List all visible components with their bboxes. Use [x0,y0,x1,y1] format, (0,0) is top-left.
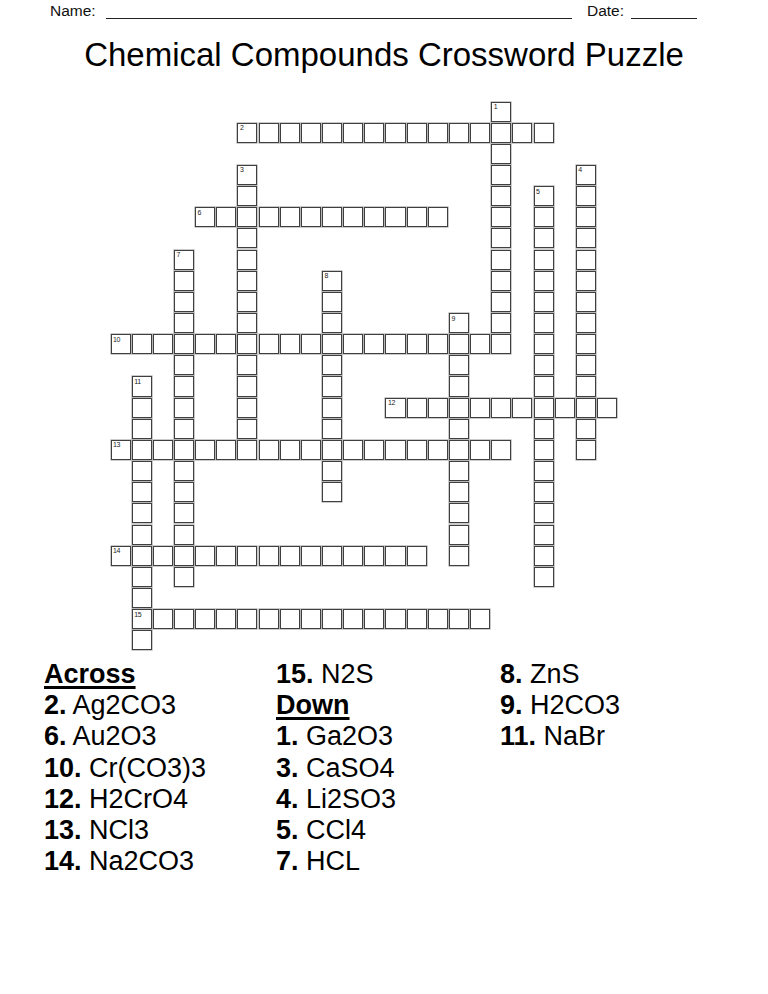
grid-cell[interactable] [385,207,405,227]
grid-cell[interactable] [237,398,257,418]
page: { "game": "crossword", "title": "Chemica… [0,0,768,994]
grid-cell[interactable] [174,461,194,481]
grid-cell[interactable] [301,334,321,354]
grid-cell[interactable] [322,292,342,312]
grid-cell[interactable] [237,376,257,396]
grid-cell[interactable] [407,398,427,418]
grid-cell[interactable] [153,334,173,354]
clue-item-number: 14. [44,846,82,876]
grid-cell[interactable] [534,419,554,439]
grid-cell[interactable]: 12 [385,398,405,418]
grid-cell[interactable]: 15 [132,609,152,629]
date-fill-in-line[interactable] [631,18,697,19]
grid-cell[interactable] [576,355,596,375]
grid-cell[interactable] [280,334,300,354]
clue-item-number: 1. [276,721,299,751]
grid-cell[interactable] [216,207,236,227]
grid-cell[interactable] [280,123,300,143]
clue-item: 4. Li2SO3 [276,784,396,815]
grid-cell[interactable] [534,398,554,418]
grid-cell[interactable] [301,207,321,227]
grid-cell[interactable] [470,440,490,460]
grid-cell[interactable] [555,398,575,418]
grid-cell[interactable] [343,207,363,227]
grid-cell[interactable] [385,334,405,354]
clue-item-text: N2S [314,659,374,689]
grid-cell[interactable] [132,440,152,460]
grid-cell[interactable]: 5 [534,186,554,206]
grid-cell[interactable] [280,546,300,566]
grid-cell[interactable] [470,334,490,354]
clue-number: 2 [240,124,244,131]
grid-cell[interactable]: 1 [491,102,511,122]
grid-cell[interactable] [322,482,342,502]
grid-cell[interactable]: 6 [195,207,215,227]
grid-cell[interactable] [343,123,363,143]
grid-cell[interactable] [407,207,427,227]
grid-cell[interactable] [576,228,596,248]
clue-item: 8. ZnS [500,659,620,690]
name-label: Name: [50,2,96,20]
clue-item-text: Li2SO3 [299,784,397,814]
clue-item-text: Cr(CO3)3 [82,753,207,783]
grid-cell[interactable] [237,355,257,375]
clue-number: 11 [134,378,141,385]
grid-cell[interactable] [322,355,342,375]
grid-cell[interactable] [280,207,300,227]
grid-cell[interactable] [343,440,363,460]
date-label: Date: [587,2,624,20]
grid-cell[interactable] [534,546,554,566]
grid-cell[interactable] [259,609,279,629]
grid-cell[interactable] [576,292,596,312]
grid-cell[interactable] [322,609,342,629]
grid-cell[interactable] [343,334,363,354]
grid-cell[interactable] [385,546,405,566]
grid-cell[interactable] [449,334,469,354]
grid-cell[interactable] [428,123,448,143]
grid-cell[interactable] [237,440,257,460]
grid-cell[interactable] [576,207,596,227]
clue-item-text: Na2CO3 [82,846,195,876]
grid-cell[interactable] [322,398,342,418]
grid-cell[interactable] [534,355,554,375]
clue-item-text: Au2O3 [67,721,157,751]
grid-cell[interactable] [385,609,405,629]
grid-cell[interactable] [534,123,554,143]
clues-column: 8. ZnS9. H2CO311. NaBr [500,659,620,753]
grid-cell[interactable] [534,207,554,227]
grid-cell[interactable] [174,398,194,418]
clue-item: 1. Ga2O3 [276,721,396,752]
grid-cell[interactable] [491,271,511,291]
clue-item: 3. CaSO4 [276,753,396,784]
grid-cell[interactable] [237,609,257,629]
grid-cell[interactable] [491,250,511,270]
grid-cell[interactable] [301,440,321,460]
grid-cell[interactable] [322,313,342,333]
grid-cell[interactable] [364,123,384,143]
grid-cell[interactable] [470,609,490,629]
grid-cell[interactable] [301,609,321,629]
grid-cell[interactable] [237,546,257,566]
grid-cell[interactable] [449,546,469,566]
clue-item-text: NaBr [536,721,605,751]
grid-cell[interactable] [428,609,448,629]
grid-cell[interactable]: 9 [449,313,469,333]
grid-cell[interactable] [195,546,215,566]
grid-cell[interactable] [237,334,257,354]
clue-item: 12. H2CrO4 [44,784,206,815]
grid-cell[interactable] [174,419,194,439]
grid-cell[interactable] [428,440,448,460]
grid-cell[interactable] [280,609,300,629]
clue-number: 14 [113,547,120,554]
grid-cell[interactable] [534,313,554,333]
grid-cell[interactable] [174,334,194,354]
grid-cell[interactable] [174,292,194,312]
grid-cell[interactable] [407,546,427,566]
grid-cell[interactable] [216,546,236,566]
grid-cell[interactable] [491,123,511,143]
grid-cell[interactable]: 10 [111,334,131,354]
grid-cell[interactable] [132,398,152,418]
clue-number: 1 [494,103,498,110]
grid-cell[interactable] [407,334,427,354]
grid-cell[interactable] [491,207,511,227]
grid-cell[interactable] [216,609,236,629]
grid-cell[interactable] [534,376,554,396]
clues-column: 15. N2SDown1. Ga2O33. CaSO44. Li2SO35. C… [276,659,396,877]
grid-cell[interactable] [364,609,384,629]
clue-item: 6. Au2O3 [44,721,206,752]
clue-number: 4 [578,166,582,173]
grid-cell[interactable] [597,398,617,418]
grid-cell[interactable] [174,525,194,545]
grid-cell[interactable] [343,546,363,566]
clue-item-text: HCL [299,846,361,876]
clue-item: 15. N2S [276,659,396,690]
clue-item: 11. NaBr [500,721,620,752]
grid-cell[interactable] [174,313,194,333]
clue-item-number: 15. [276,659,314,689]
grid-cell[interactable] [174,609,194,629]
grid-cell[interactable] [322,440,342,460]
grid-cell[interactable] [195,334,215,354]
grid-cell[interactable] [534,292,554,312]
grid-cell[interactable] [449,355,469,375]
grid-cell[interactable] [512,398,532,418]
clue-item-text: H2CrO4 [82,784,189,814]
grid-cell[interactable] [132,503,152,523]
grid-cell[interactable] [491,186,511,206]
grid-cell[interactable] [132,334,152,354]
grid-cell[interactable] [534,440,554,460]
grid-cell[interactable] [534,228,554,248]
grid-cell[interactable]: 8 [322,271,342,291]
page-title: Chemical Compounds Crossword Puzzle [0,36,768,74]
clue-item-text: Ag2CO3 [67,690,177,720]
grid-cell[interactable] [322,334,342,354]
grid-cell[interactable] [449,609,469,629]
grid-cell[interactable] [364,440,384,460]
grid-cell[interactable] [153,609,173,629]
grid-cell[interactable] [491,228,511,248]
grid-cell[interactable] [470,398,490,418]
clue-item-number: 9. [500,690,523,720]
clue-item-text: ZnS [523,659,580,689]
grid-cell[interactable] [174,546,194,566]
clue-item: 10. Cr(CO3)3 [44,753,206,784]
clue-item: 7. HCL [276,846,396,877]
grid-cell[interactable] [132,419,152,439]
grid-cell[interactable] [174,567,194,587]
clue-item-number: 5. [276,815,299,845]
grid-cell[interactable] [576,271,596,291]
clue-heading-text: Across [44,659,136,689]
grid-cell[interactable] [385,123,405,143]
grid-cell[interactable] [491,440,511,460]
grid-cell[interactable] [407,440,427,460]
grid-cell[interactable] [174,376,194,396]
grid-cell[interactable] [132,588,152,608]
clue-item-number: 8. [500,659,523,689]
clue-item-text: CaSO4 [299,753,395,783]
grid-cell[interactable] [259,207,279,227]
grid-cell[interactable] [237,292,257,312]
clue-item-number: 6. [44,721,67,751]
grid-cell[interactable]: 2 [237,123,257,143]
grid-cell[interactable] [174,503,194,523]
clue-item-text: NCl3 [82,815,150,845]
grid-cell[interactable] [237,271,257,291]
grid-cell[interactable]: 11 [132,376,152,396]
grid-cell[interactable] [174,440,194,460]
clue-item-number: 10. [44,753,82,783]
clue-number: 5 [536,188,540,195]
grid-cell[interactable] [449,503,469,523]
grid-cell[interactable] [576,186,596,206]
grid-cell[interactable] [322,123,342,143]
grid-cell[interactable] [237,186,257,206]
grid-cell[interactable]: 4 [576,165,596,185]
clue-item: 9. H2CO3 [500,690,620,721]
clue-item-number: 11. [500,721,536,751]
grid-cell[interactable] [132,630,152,650]
grid-cell[interactable] [174,482,194,502]
grid-cell[interactable] [534,271,554,291]
grid-cell[interactable] [534,250,554,270]
grid-cell[interactable] [237,250,257,270]
clue-heading: Down [276,690,396,721]
grid-cell[interactable] [512,123,532,143]
clues-column: Across2. Ag2CO36. Au2O310. Cr(CO3)312. H… [44,659,206,877]
grid-cell[interactable] [534,461,554,481]
grid-cell[interactable] [534,334,554,354]
grid-cell[interactable] [385,440,405,460]
clue-item-text: H2CO3 [523,690,621,720]
name-fill-in-line[interactable] [106,18,572,19]
grid-cell[interactable]: 7 [174,250,194,270]
grid-cell[interactable] [491,313,511,333]
grid-cell[interactable] [449,398,469,418]
clue-item: 5. CCl4 [276,815,396,846]
grid-cell[interactable] [237,207,257,227]
grid-cell[interactable] [449,440,469,460]
grid-cell[interactable] [491,292,511,312]
grid-cell[interactable] [132,461,152,481]
clue-item: 14. Na2CO3 [44,846,206,877]
grid-cell[interactable] [132,525,152,545]
grid-cell[interactable] [407,609,427,629]
clue-number: 7 [176,251,180,258]
clue-item-number: 7. [276,846,299,876]
grid-cell[interactable] [216,440,236,460]
grid-cell[interactable] [491,144,511,164]
grid-cell[interactable] [449,461,469,481]
grid-cell[interactable] [428,334,448,354]
clue-number: 8 [325,272,329,279]
clue-heading: Across [44,659,206,690]
grid-cell[interactable] [576,419,596,439]
grid-cell[interactable] [153,440,173,460]
grid-cell[interactable] [364,334,384,354]
grid-cell[interactable] [132,567,152,587]
clue-number: 12 [388,399,395,406]
grid-cell[interactable] [576,440,596,460]
clue-item-number: 13. [44,815,82,845]
grid-cell[interactable] [449,525,469,545]
grid-cell[interactable] [174,271,194,291]
grid-cell[interactable] [322,419,342,439]
grid-cell[interactable] [195,440,215,460]
grid-cell[interactable] [576,334,596,354]
grid-cell[interactable]: 14 [111,546,131,566]
grid-cell[interactable] [322,546,342,566]
clue-item-number: 4. [276,784,299,814]
grid-cell[interactable] [259,334,279,354]
grid-cell[interactable] [322,376,342,396]
grid-cell[interactable] [491,165,511,185]
grid-cell[interactable] [449,376,469,396]
grid-cell[interactable] [428,398,448,418]
grid-cell[interactable] [237,419,257,439]
grid-cell[interactable] [259,440,279,460]
clue-number: 10 [113,336,120,343]
grid-cell[interactable] [449,123,469,143]
grid-cell[interactable] [259,123,279,143]
clue-heading-text: Down [276,690,350,720]
grid-cell[interactable] [364,546,384,566]
grid-cell[interactable] [407,123,427,143]
grid-cell[interactable] [322,461,342,481]
grid-cell[interactable] [428,207,448,227]
grid-cell[interactable] [470,123,490,143]
grid-cell[interactable] [491,334,511,354]
grid-cell[interactable] [195,609,215,629]
grid-cell[interactable] [322,207,342,227]
clue-number: 13 [113,441,120,448]
grid-cell[interactable] [576,376,596,396]
clue-number: 6 [198,209,202,216]
clue-number: 15 [134,611,141,618]
grid-cell[interactable] [534,503,554,523]
clue-item-text: CCl4 [299,815,367,845]
grid-cell[interactable] [132,546,152,566]
clue-item-text: Ga2O3 [299,721,394,751]
grid-cell[interactable] [174,355,194,375]
clue-number: 9 [451,315,455,322]
clue-item-number: 12. [44,784,82,814]
clue-item-number: 2. [44,690,67,720]
grid-cell[interactable] [343,609,363,629]
grid-cell[interactable] [132,482,152,502]
grid-cell[interactable]: 13 [111,440,131,460]
clue-item: 13. NCl3 [44,815,206,846]
grid-cell[interactable] [576,313,596,333]
grid-cell[interactable] [534,525,554,545]
grid-cell[interactable] [534,482,554,502]
clue-item-number: 3. [276,753,299,783]
grid-cell[interactable] [216,334,236,354]
grid-cell[interactable] [576,398,596,418]
grid-cell[interactable] [449,482,469,502]
grid-cell[interactable] [280,440,300,460]
grid-cell[interactable] [301,123,321,143]
grid-cell[interactable]: 3 [237,165,257,185]
grid-cell[interactable] [237,228,257,248]
grid-cell[interactable] [534,567,554,587]
grid-cell[interactable] [576,250,596,270]
grid-cell[interactable] [237,313,257,333]
grid-cell[interactable] [153,546,173,566]
grid-cell[interactable] [491,398,511,418]
crossword-grid: 123456789101115121314 [110,101,618,652]
grid-cell[interactable] [301,546,321,566]
grid-cell[interactable] [449,419,469,439]
clue-number: 3 [240,166,244,173]
grid-cell[interactable] [364,207,384,227]
clue-item: 2. Ag2CO3 [44,690,206,721]
grid-cell[interactable] [259,546,279,566]
